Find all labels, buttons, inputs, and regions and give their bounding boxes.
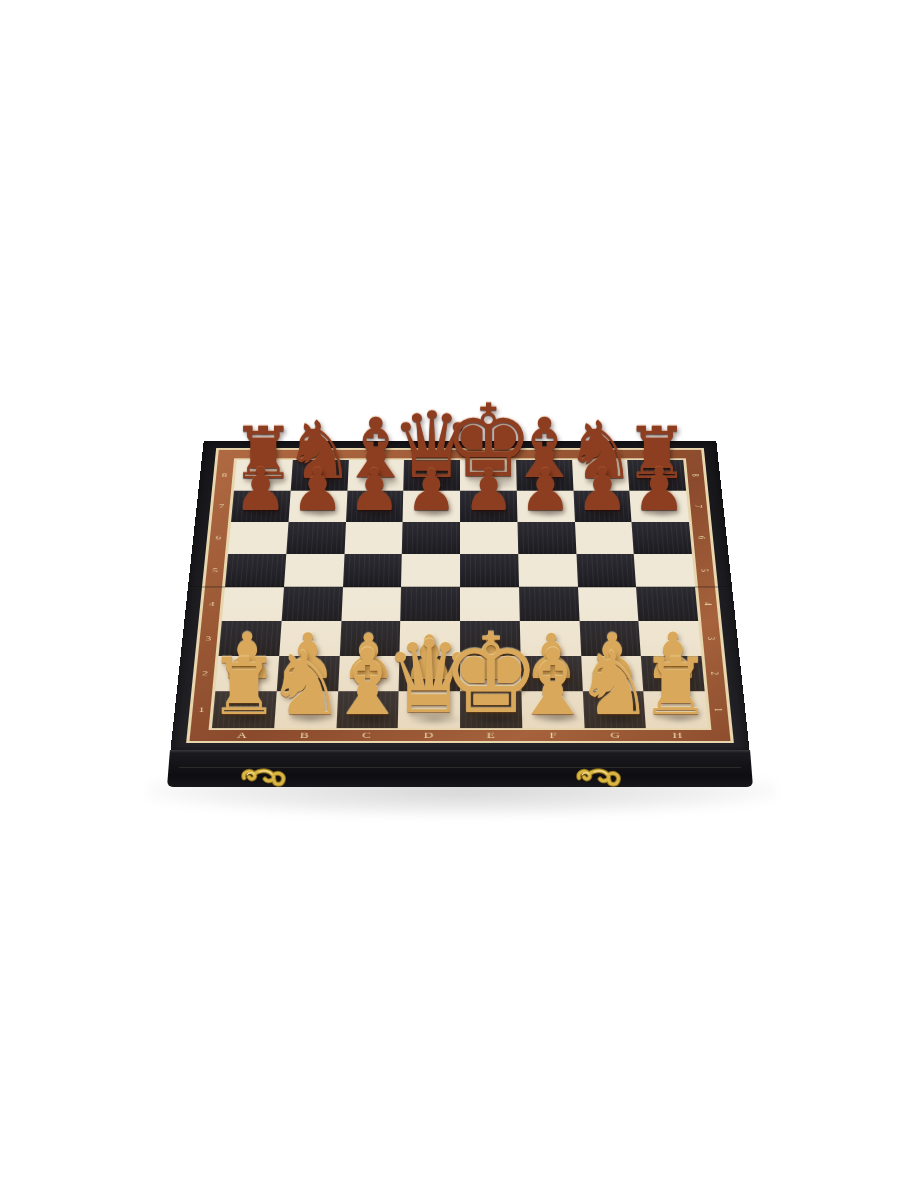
brass-latch-icon xyxy=(239,766,287,792)
piece-brown-p-d7[interactable]: ♟ xyxy=(406,462,457,519)
chess-set-product-photo: ABCDEFGH8765432187654321 ♜♞♝♛♚♝♞♜♟♟♟♟♟♟♟… xyxy=(0,0,900,1200)
fold-seam-highlight xyxy=(188,588,732,589)
square-a5[interactable] xyxy=(225,554,286,587)
square-e6[interactable] xyxy=(460,522,518,554)
square-f5[interactable] xyxy=(518,554,578,587)
square-c4[interactable] xyxy=(341,587,401,621)
square-d6[interactable] xyxy=(402,522,460,554)
piece-white-r-h1[interactable]: ♜ xyxy=(640,648,711,727)
brass-latch-icon xyxy=(574,766,622,792)
square-h4[interactable] xyxy=(636,587,698,621)
piece-brown-p-e7[interactable]: ♟ xyxy=(463,462,514,519)
piece-brown-p-g7[interactable]: ♟ xyxy=(576,461,629,520)
square-a6[interactable] xyxy=(228,522,288,554)
square-b4[interactable] xyxy=(281,587,342,621)
square-b5[interactable] xyxy=(284,554,344,587)
piece-brown-p-c7[interactable]: ♟ xyxy=(349,462,401,520)
square-e5[interactable] xyxy=(460,554,519,587)
piece-brown-p-b7[interactable]: ♟ xyxy=(291,461,344,520)
square-c6[interactable] xyxy=(344,522,403,554)
square-g5[interactable] xyxy=(576,554,636,587)
piece-brown-p-h7[interactable]: ♟ xyxy=(633,460,686,519)
square-h6[interactable] xyxy=(632,522,692,554)
square-g6[interactable] xyxy=(574,522,633,554)
square-b6[interactable] xyxy=(286,522,345,554)
square-g4[interactable] xyxy=(578,587,639,621)
square-h5[interactable] xyxy=(634,554,695,587)
square-a4[interactable] xyxy=(222,587,284,621)
piece-brown-p-f7[interactable]: ♟ xyxy=(520,462,572,520)
square-f6[interactable] xyxy=(517,522,576,554)
square-c5[interactable] xyxy=(343,554,403,587)
square-d5[interactable] xyxy=(401,554,460,587)
piece-brown-p-a7[interactable]: ♟ xyxy=(234,460,287,519)
